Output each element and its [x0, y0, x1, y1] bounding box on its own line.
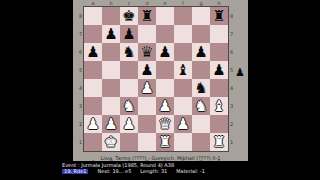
black-pawn-e6: ♟ — [156, 43, 174, 61]
game-length-label: Length: 31 — [140, 169, 167, 174]
file-label-b: b — [102, 0, 120, 7]
white-bishop-h3: ♝ — [210, 97, 228, 115]
square-f3 — [174, 97, 192, 115]
square-d5: ♟ — [138, 61, 156, 79]
square-a7 — [84, 25, 102, 43]
white-knight-c3: ♞ — [120, 97, 138, 115]
square-e1: ♜ — [156, 133, 174, 151]
black-rook-h8: ♜ — [210, 7, 228, 25]
square-e4 — [156, 79, 174, 97]
video-frame: abcdefgh 87654321 ♚♜♜♟♟♟♞♛♟♟♟♝♟♟♞♞♟♞♝♟♟♟… — [0, 0, 320, 180]
black-king-c8: ♚ — [120, 7, 138, 25]
square-a3 — [84, 97, 102, 115]
square-c3: ♞ — [120, 97, 138, 115]
rank-label-7: 7 — [228, 25, 235, 43]
rank-labels-left: 87654321 — [77, 7, 84, 151]
square-b1: ♚ — [102, 133, 120, 151]
square-a8 — [84, 7, 102, 25]
chess-board: ♚♜♜♟♟♟♞♛♟♟♟♝♟♟♞♞♟♞♝♟♟♟♛♟♚♜♜ — [84, 7, 228, 151]
square-b6 — [102, 43, 120, 61]
square-c8: ♚ — [120, 7, 138, 25]
board-area: abcdefgh 87654321 ♚♜♜♟♟♟♞♛♟♟♟♝♟♟♞♞♟♞♝♟♟♟… — [77, 0, 235, 165]
square-g2 — [192, 115, 210, 133]
square-b3 — [102, 97, 120, 115]
square-h2 — [210, 115, 228, 133]
square-d8: ♜ — [138, 7, 156, 25]
rank-label-6: 6 — [228, 43, 235, 61]
square-f2: ♟ — [174, 115, 192, 133]
square-g1 — [192, 133, 210, 151]
black-pawn-d5: ♟ — [138, 61, 156, 79]
square-h7 — [210, 25, 228, 43]
captured-material-pawn-icon: ♟ — [233, 66, 247, 80]
black-knight-g4: ♞ — [192, 79, 210, 97]
black-knight-c6: ♞ — [120, 43, 138, 61]
square-f8 — [174, 7, 192, 25]
white-pawn-e3: ♟ — [156, 97, 174, 115]
white-rook-h1: ♜ — [210, 133, 228, 151]
file-label-e: e — [156, 0, 174, 7]
white-pawn-a2: ♟ — [84, 115, 102, 133]
square-g3: ♞ — [192, 97, 210, 115]
rank-label-3: 3 — [77, 97, 84, 115]
square-a1 — [84, 133, 102, 151]
square-d4: ♟ — [138, 79, 156, 97]
move-status-line: 19. Rde1 Next: 19... e5 Length: 31 Mater… — [62, 169, 205, 174]
square-h8: ♜ — [210, 7, 228, 25]
square-e8 — [156, 7, 174, 25]
white-queen-e2: ♛ — [156, 115, 174, 133]
rank-label-7: 7 — [77, 25, 84, 43]
square-f7 — [174, 25, 192, 43]
rank-label-6: 6 — [77, 43, 84, 61]
black-pawn-c7: ♟ — [120, 25, 138, 43]
black-queen-d6: ♛ — [138, 43, 156, 61]
square-d2 — [138, 115, 156, 133]
square-d6: ♛ — [138, 43, 156, 61]
square-h4 — [210, 79, 228, 97]
rank-label-2: 2 — [228, 115, 235, 133]
square-b7: ♟ — [102, 25, 120, 43]
square-e5 — [156, 61, 174, 79]
black-bishop-f5: ♝ — [174, 61, 192, 79]
square-h1: ♜ — [210, 133, 228, 151]
square-b5 — [102, 61, 120, 79]
square-c1 — [120, 133, 138, 151]
white-pawn-b2: ♟ — [102, 115, 120, 133]
rank-label-4: 4 — [77, 79, 84, 97]
rank-label-3: 3 — [228, 97, 235, 115]
caption-bar: Event : Jurmala Jurmala (1985, Round 4) … — [0, 161, 320, 180]
square-b4 — [102, 79, 120, 97]
square-d3 — [138, 97, 156, 115]
file-label-h: h — [210, 0, 228, 7]
square-a2: ♟ — [84, 115, 102, 133]
square-e7 — [156, 25, 174, 43]
square-a5 — [84, 61, 102, 79]
square-c4 — [120, 79, 138, 97]
black-pawn-b7: ♟ — [102, 25, 120, 43]
black-pawn-h5: ♟ — [210, 61, 228, 79]
square-d7 — [138, 25, 156, 43]
white-knight-g3: ♞ — [192, 97, 210, 115]
file-label-a: a — [84, 0, 102, 7]
square-e2: ♛ — [156, 115, 174, 133]
black-pawn-g6: ♟ — [192, 43, 210, 61]
next-move-label: Next: 19... e5 — [97, 169, 131, 174]
file-labels-top: abcdefgh — [84, 0, 228, 7]
square-b8 — [102, 7, 120, 25]
square-f5: ♝ — [174, 61, 192, 79]
rank-label-2: 2 — [77, 115, 84, 133]
square-e6: ♟ — [156, 43, 174, 61]
square-f4 — [174, 79, 192, 97]
white-pawn-f2: ♟ — [174, 115, 192, 133]
file-label-d: d — [138, 0, 156, 7]
rank-label-5: 5 — [77, 61, 84, 79]
square-h6 — [210, 43, 228, 61]
white-pawn-d4: ♟ — [138, 79, 156, 97]
current-move-highlight: 19. Rde1 — [62, 169, 88, 174]
square-f6 — [174, 43, 192, 61]
file-label-f: f — [174, 0, 192, 7]
white-rook-e1: ♜ — [156, 133, 174, 151]
square-g4: ♞ — [192, 79, 210, 97]
square-c5 — [120, 61, 138, 79]
square-h3: ♝ — [210, 97, 228, 115]
square-g6: ♟ — [192, 43, 210, 61]
black-pawn-a6: ♟ — [84, 43, 102, 61]
rank-label-8: 8 — [228, 7, 235, 25]
rank-label-4: 4 — [228, 79, 235, 97]
rank-label-1: 1 — [77, 133, 84, 151]
black-rook-d8: ♜ — [138, 7, 156, 25]
rank-label-8: 8 — [77, 7, 84, 25]
square-f1 — [174, 133, 192, 151]
white-pawn-c2: ♟ — [120, 115, 138, 133]
square-e3: ♟ — [156, 97, 174, 115]
square-b2: ♟ — [102, 115, 120, 133]
square-a4 — [84, 79, 102, 97]
white-king-b1: ♚ — [102, 133, 120, 151]
material-label: Material: -1 — [176, 169, 205, 174]
square-c6: ♞ — [120, 43, 138, 61]
square-c7: ♟ — [120, 25, 138, 43]
rank-label-1: 1 — [228, 133, 235, 151]
square-g8 — [192, 7, 210, 25]
square-a6: ♟ — [84, 43, 102, 61]
file-label-g: g — [192, 0, 210, 7]
square-g7 — [192, 25, 210, 43]
file-label-c: c — [120, 0, 138, 7]
square-g5 — [192, 61, 210, 79]
square-c2: ♟ — [120, 115, 138, 133]
square-d1 — [138, 133, 156, 151]
square-h5: ♟ — [210, 61, 228, 79]
